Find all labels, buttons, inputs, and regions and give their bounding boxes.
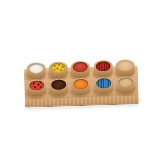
board-cell-r1c1 (47, 78, 70, 96)
piece-orange[interactable] (72, 78, 92, 96)
piece-natural-wood[interactable] (116, 59, 136, 77)
piece-white[interactable] (26, 62, 46, 80)
pieces-grid (24, 43, 138, 96)
piece-yellow-dotted[interactable] (49, 61, 69, 79)
piece-blue-ribbed[interactable] (94, 77, 114, 95)
board-cell-r0c0 (24, 46, 47, 80)
piece-dark-red[interactable] (93, 60, 113, 78)
board-cell-r0c3 (91, 44, 114, 78)
board-cell-r0c2 (69, 45, 92, 79)
board-cell-r1c4 (115, 76, 138, 94)
board-cell-r1c2 (70, 78, 93, 96)
board-cell-r0c4 (114, 43, 137, 77)
product-photo (0, 0, 160, 160)
board-cell-r0c1 (46, 45, 69, 79)
board-tilt-wrapper (23, 43, 139, 109)
piece-green[interactable] (116, 76, 136, 94)
board-cell-r1c3 (92, 77, 115, 95)
piece-red-dotted[interactable] (27, 79, 47, 97)
board-cell-r1c0 (25, 79, 48, 97)
piece-red[interactable] (71, 61, 91, 79)
piece-dark-brown[interactable] (49, 78, 69, 96)
